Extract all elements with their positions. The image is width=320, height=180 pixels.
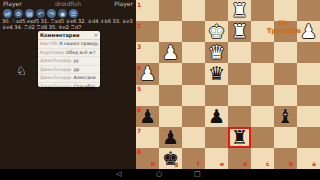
white-pawn-h4[interactable]: ♟ bbox=[136, 63, 159, 84]
flip-board-icon[interactable]: ⇄ bbox=[3, 9, 12, 18]
redo-icon[interactable]: ↷ bbox=[47, 9, 56, 18]
comments-list: Настёб:Я нашел правду, вы не согласитесь… bbox=[38, 40, 100, 87]
comment-row: ДжекЛондер:уу bbox=[38, 57, 100, 66]
square-d3[interactable] bbox=[228, 42, 251, 63]
square-a8[interactable] bbox=[297, 148, 320, 169]
title-bar: Player droidfish Player bbox=[0, 0, 136, 8]
square-c8[interactable] bbox=[251, 148, 274, 169]
square-d8[interactable] bbox=[228, 148, 251, 169]
square-c4[interactable] bbox=[251, 63, 274, 84]
square-g2[interactable] bbox=[159, 21, 182, 42]
engine-icon[interactable]: ⚙ bbox=[14, 9, 23, 18]
book-icon[interactable]: ▤ bbox=[25, 9, 34, 18]
home-icon[interactable]: ○ bbox=[156, 169, 162, 180]
comments-popup-header: Комментарии ✕ bbox=[38, 31, 100, 40]
selected-square-highlight bbox=[228, 127, 251, 148]
black-player-name: Player bbox=[114, 0, 133, 8]
square-f4[interactable] bbox=[182, 63, 205, 84]
black-king-g8[interactable]: ♚ bbox=[159, 148, 182, 169]
comment-row: КорОлева:Обед всё ж? bbox=[38, 49, 100, 58]
square-c3[interactable] bbox=[251, 42, 274, 63]
square-b4[interactable] bbox=[274, 63, 297, 84]
square-g4[interactable] bbox=[159, 63, 182, 84]
toolbar: ⇄⚙▤↶↷◉☰ bbox=[3, 9, 78, 18]
file-label-c: c bbox=[266, 161, 270, 167]
square-c1[interactable] bbox=[251, 0, 274, 21]
app-title: droidfish bbox=[55, 0, 81, 8]
square-a5[interactable] bbox=[297, 85, 320, 106]
knight-figurine-icon: ♘ bbox=[16, 64, 27, 78]
square-d4[interactable] bbox=[228, 63, 251, 84]
close-icon[interactable]: ✕ bbox=[94, 32, 98, 38]
rank-label-3: 3 bbox=[137, 44, 141, 50]
square-b8[interactable] bbox=[274, 148, 297, 169]
left-panel: Player droidfish Player ⇄⚙▤↶↷◉☰ 30. ♘xd5… bbox=[0, 0, 136, 169]
square-a1[interactable] bbox=[297, 0, 320, 21]
white-queen-e3[interactable]: ♛ bbox=[205, 42, 228, 63]
file-label-f: f bbox=[197, 161, 200, 167]
square-c6[interactable] bbox=[251, 106, 274, 127]
square-a6[interactable] bbox=[297, 106, 320, 127]
comment-row: ДжекЛондер:Спасибо! bbox=[38, 83, 100, 87]
square-f8[interactable] bbox=[182, 148, 205, 169]
white-rook-d1[interactable]: ♜ bbox=[228, 0, 251, 21]
black-pawn-h6[interactable]: ♟ bbox=[136, 106, 159, 127]
comments-popup: Комментарии ✕ Настёб:Я нашел правду, вы … bbox=[38, 31, 100, 87]
black-bishop-b6[interactable]: ♝ bbox=[274, 106, 297, 127]
analyze-icon[interactable]: ◉ bbox=[58, 9, 67, 18]
back-icon[interactable]: ◁ bbox=[116, 169, 121, 180]
undo-icon[interactable]: ↶ bbox=[36, 9, 45, 18]
square-a7[interactable] bbox=[297, 127, 320, 148]
board-watermark-text: НеТрогайте bbox=[264, 20, 304, 35]
rank-label-7: 7 bbox=[137, 128, 141, 134]
file-label-d: d bbox=[243, 161, 247, 167]
file-label-a: a bbox=[312, 161, 316, 167]
square-c7[interactable] bbox=[251, 127, 274, 148]
file-label-b: b bbox=[289, 161, 293, 167]
square-f1[interactable] bbox=[182, 0, 205, 21]
square-a3[interactable] bbox=[297, 42, 320, 63]
android-nav-bar: ◁○□ bbox=[0, 169, 320, 180]
square-g5[interactable] bbox=[159, 85, 182, 106]
square-d5[interactable] bbox=[228, 85, 251, 106]
droidfish-app-screen: Player droidfish Player ⇄⚙▤↶↷◉☰ 30. ♘xd5… bbox=[0, 0, 320, 180]
menu-icon[interactable]: ☰ bbox=[69, 9, 78, 18]
square-e8[interactable] bbox=[205, 148, 228, 169]
square-e5[interactable] bbox=[205, 85, 228, 106]
square-f7[interactable] bbox=[182, 127, 205, 148]
square-e7[interactable] bbox=[205, 127, 228, 148]
comment-row: ДжекЛондер:др bbox=[38, 66, 100, 75]
rank-label-8: 8 bbox=[137, 149, 141, 155]
white-king-e2[interactable]: ♚ bbox=[205, 21, 228, 42]
square-b1[interactable] bbox=[274, 0, 297, 21]
square-d6[interactable] bbox=[228, 106, 251, 127]
square-f6[interactable] bbox=[182, 106, 205, 127]
rank-label-1: 1 bbox=[137, 2, 141, 8]
white-pawn-g3[interactable]: ♟ bbox=[159, 42, 182, 63]
file-label-e: e bbox=[220, 161, 224, 167]
square-g6[interactable] bbox=[159, 106, 182, 127]
rank-label-2: 2 bbox=[137, 23, 141, 29]
chess-board[interactable]: 12345678hgfedcba♜♜♚♟♛♟♛♟♟♟♝♜♟♚НеТрогайте bbox=[136, 0, 320, 169]
comment-row: ДжекЛондер:Алексанв bbox=[38, 74, 100, 83]
square-e1[interactable] bbox=[205, 0, 228, 21]
comment-row: Настёб:Я нашел правду, вы не согласитесь… bbox=[38, 40, 100, 49]
square-a4[interactable] bbox=[297, 63, 320, 84]
white-player-name: Player bbox=[3, 0, 22, 8]
file-label-h: h bbox=[151, 161, 155, 167]
black-pawn-e6[interactable]: ♟ bbox=[205, 106, 228, 127]
square-c5[interactable] bbox=[251, 85, 274, 106]
white-rook-d2[interactable]: ♜ bbox=[228, 21, 251, 42]
square-b7[interactable] bbox=[274, 127, 297, 148]
square-f5[interactable] bbox=[182, 85, 205, 106]
recents-icon[interactable]: □ bbox=[194, 169, 201, 180]
black-queen-e4[interactable]: ♛ bbox=[205, 63, 228, 84]
square-f2[interactable] bbox=[182, 21, 205, 42]
comments-popup-title: Комментарии bbox=[40, 32, 79, 38]
square-b5[interactable] bbox=[274, 85, 297, 106]
square-g1[interactable] bbox=[159, 0, 182, 21]
black-pawn-g7[interactable]: ♟ bbox=[159, 127, 182, 148]
square-f3[interactable] bbox=[182, 42, 205, 63]
rank-label-5: 5 bbox=[137, 86, 141, 92]
square-b3[interactable] bbox=[274, 42, 297, 63]
